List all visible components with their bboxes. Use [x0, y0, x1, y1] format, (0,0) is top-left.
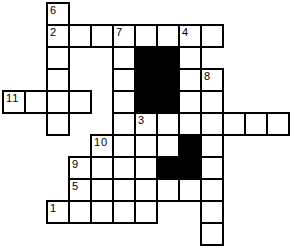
cell-r9c4[interactable]	[90, 200, 114, 224]
cell-r5c8[interactable]	[178, 112, 202, 136]
black-cell-r3c6	[134, 68, 158, 92]
clue-number: 4	[182, 26, 189, 38]
cell-r3c8[interactable]	[178, 68, 202, 92]
cell-r1c2[interactable]: 2	[46, 24, 70, 48]
cell-r6c9[interactable]	[200, 134, 224, 158]
cell-r3c5[interactable]	[112, 68, 136, 92]
black-cell-r4c7	[156, 90, 180, 114]
cell-r9c6[interactable]	[134, 200, 158, 224]
cell-r4c2[interactable]	[46, 90, 70, 114]
cell-r4c8[interactable]	[178, 90, 202, 114]
clue-number: 8	[204, 70, 211, 82]
cell-r5c6[interactable]: 3	[134, 112, 158, 136]
black-cell-r4c6	[134, 90, 158, 114]
black-cell-r6c8	[178, 134, 202, 158]
cell-r8c3[interactable]: 5	[68, 178, 92, 202]
black-cell-r2c6	[134, 46, 158, 70]
cell-r5c2[interactable]	[46, 112, 70, 136]
cell-r1c5[interactable]: 7	[112, 24, 136, 48]
cell-r2c5[interactable]	[112, 46, 136, 70]
puzzle-page: 6274811310951	[0, 0, 293, 248]
cell-r7c3[interactable]: 9	[68, 156, 92, 180]
cell-r2c8[interactable]	[178, 46, 202, 70]
cell-r10c9[interactable]	[200, 222, 224, 246]
cell-r1c4[interactable]	[90, 24, 114, 48]
cell-r8c9[interactable]	[200, 178, 224, 202]
black-cell-r3c7	[156, 68, 180, 92]
cell-r1c9[interactable]	[200, 24, 224, 48]
clue-number: 1	[50, 202, 57, 214]
cell-r6c4[interactable]: 10	[90, 134, 114, 158]
clue-number: 3	[138, 114, 145, 126]
cell-r4c3[interactable]	[68, 90, 92, 114]
cell-r9c3[interactable]	[68, 200, 92, 224]
cell-r9c5[interactable]	[112, 200, 136, 224]
cell-r1c8[interactable]: 4	[178, 24, 202, 48]
black-cell-r7c7	[156, 156, 180, 180]
cell-r8c5[interactable]	[112, 178, 136, 202]
cell-r5c5[interactable]	[112, 112, 136, 136]
cell-r5c12[interactable]	[266, 112, 290, 136]
cell-r3c2[interactable]	[46, 68, 70, 92]
clue-number: 9	[72, 158, 79, 170]
cell-r1c7[interactable]	[156, 24, 180, 48]
crossword-grid: 6274811310951	[0, 0, 290, 246]
cell-r8c4[interactable]	[90, 178, 114, 202]
cell-r5c7[interactable]	[156, 112, 180, 136]
clue-number: 2	[50, 26, 57, 38]
cell-r9c2[interactable]: 1	[46, 200, 70, 224]
cell-r2c2[interactable]	[46, 46, 70, 70]
clue-number: 5	[72, 180, 79, 192]
clue-number: 10	[94, 136, 108, 148]
cell-r6c5[interactable]	[112, 134, 136, 158]
cell-r5c11[interactable]	[244, 112, 268, 136]
cell-r4c5[interactable]	[112, 90, 136, 114]
cell-r8c7[interactable]	[156, 178, 180, 202]
clue-number: 6	[50, 4, 57, 16]
cell-r1c6[interactable]	[134, 24, 158, 48]
cell-r4c1[interactable]	[24, 90, 48, 114]
black-cell-r2c7	[156, 46, 180, 70]
cell-r7c6[interactable]	[134, 156, 158, 180]
cell-r3c9[interactable]: 8	[200, 68, 224, 92]
clue-number: 7	[116, 26, 123, 38]
cell-r8c8[interactable]	[178, 178, 202, 202]
cell-r4c9[interactable]	[200, 90, 224, 114]
cell-r7c9[interactable]	[200, 156, 224, 180]
cell-r7c5[interactable]	[112, 156, 136, 180]
cell-r6c7[interactable]	[156, 134, 180, 158]
cell-r0c2[interactable]: 6	[46, 2, 70, 26]
cell-r5c9[interactable]	[200, 112, 224, 136]
cell-r7c4[interactable]	[90, 156, 114, 180]
cell-r8c6[interactable]	[134, 178, 158, 202]
cell-r5c10[interactable]	[222, 112, 246, 136]
black-cell-r7c8	[178, 156, 202, 180]
cell-r9c9[interactable]	[200, 200, 224, 224]
cell-r6c6[interactable]	[134, 134, 158, 158]
clue-number: 11	[6, 92, 19, 104]
cell-r4c0[interactable]: 11	[2, 90, 26, 114]
cell-r1c3[interactable]	[68, 24, 92, 48]
